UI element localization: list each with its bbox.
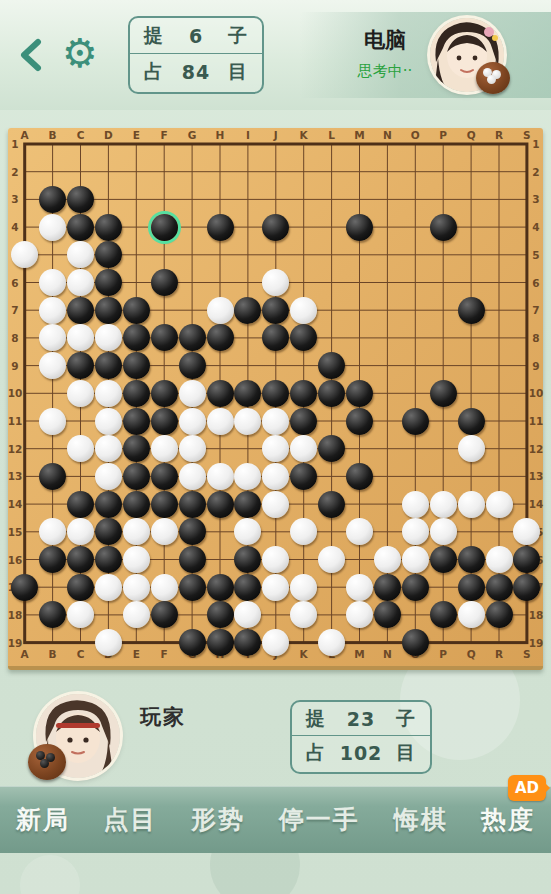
territory-label: 占 xyxy=(144,59,164,85)
nav-item-count-points[interactable]: 点目 xyxy=(104,803,158,836)
board-grid-lines xyxy=(8,128,543,666)
white-stone-bowl-icon xyxy=(476,62,510,94)
opponent-status: 思考中·· xyxy=(330,62,440,81)
capture-label: 提 xyxy=(306,706,326,732)
black-stone-bowl-icon xyxy=(28,744,66,780)
back-icon[interactable] xyxy=(16,38,46,72)
capture-value: 6 xyxy=(189,25,203,47)
settings-gear-icon[interactable]: ⚙ xyxy=(58,30,102,76)
territory-unit: 目 xyxy=(228,59,248,85)
background-circle-decor xyxy=(20,855,80,894)
bottom-nav-bar: 新局 点目 形势 停一手 悔棋 热度 xyxy=(0,786,551,853)
opponent-name: 电脑 xyxy=(340,26,430,54)
ad-badge[interactable]: AD xyxy=(508,775,546,801)
capture-value: 23 xyxy=(347,708,375,730)
capture-unit: 子 xyxy=(396,706,416,732)
opponent-panel-band xyxy=(300,12,551,98)
nav-item-undo[interactable]: 悔棋 xyxy=(393,803,447,836)
go-app: ⚙ 提 6 子 占 84 目 电脑 思考中·· xyxy=(0,0,551,894)
territory-label: 占 xyxy=(306,740,326,766)
nav-item-position-estimate[interactable]: 形势 xyxy=(191,803,245,836)
opponent-score-box: 提 6 子 占 84 目 xyxy=(128,16,264,94)
territory-unit: 目 xyxy=(396,740,416,766)
capture-label: 提 xyxy=(144,23,164,49)
nav-item-new-game[interactable]: 新局 xyxy=(16,803,70,836)
capture-unit: 子 xyxy=(228,23,248,49)
territory-value: 102 xyxy=(340,742,383,764)
player-name: 玩家 xyxy=(140,703,186,731)
go-board[interactable]: AA11BB22CC33DD44EE55FF66GG77HH88II99JJ10… xyxy=(8,128,543,670)
territory-value: 84 xyxy=(182,61,210,83)
player-score-box: 提 23 子 占 102 目 xyxy=(290,700,432,774)
top-bar: ⚙ 提 6 子 占 84 目 电脑 思考中·· xyxy=(0,0,551,110)
nav-item-heat[interactable]: 热度 xyxy=(481,803,535,836)
nav-item-pass[interactable]: 停一手 xyxy=(279,803,360,836)
